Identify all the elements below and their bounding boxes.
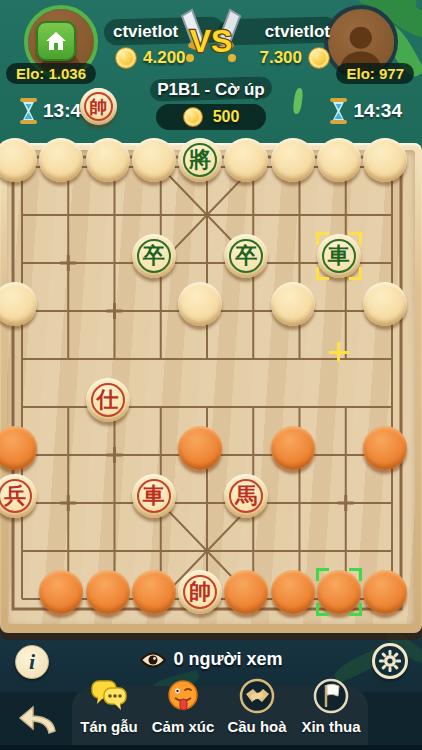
- green-piece-將[interactable]: 將: [177, 136, 223, 184]
- hidden-red-piece[interactable]: [269, 424, 315, 472]
- hidden-red-piece[interactable]: [131, 568, 177, 616]
- hidden-red-piece[interactable]: [38, 568, 84, 616]
- coin-icon: [308, 47, 330, 69]
- viewer-count: 0 người xem: [0, 649, 422, 670]
- svg-text:VS: VS: [190, 23, 233, 59]
- green-piece-卒[interactable]: 卒: [131, 232, 177, 280]
- handshake-icon: [237, 676, 277, 716]
- home-button[interactable]: [36, 21, 76, 61]
- right-player-elo: Elo: 977: [336, 63, 414, 84]
- coin-icon: [115, 47, 137, 69]
- left-player-elo: Elo: 1.036: [6, 63, 96, 84]
- chat-icon: [89, 676, 129, 716]
- pot-badge: 500: [156, 104, 266, 130]
- match-header: ctvietlot ctvietlot 4.200 7.300 Elo: 1.0…: [0, 0, 422, 143]
- vs-badge: VS: [168, 4, 254, 70]
- hidden-green-piece[interactable]: [38, 136, 84, 184]
- gear-icon: [378, 649, 402, 673]
- home-icon: [44, 29, 68, 53]
- bottom-nav: Tán gẫu Cảm xúc Cầu hoà Xin thua: [0, 692, 422, 750]
- settings-button[interactable]: [372, 643, 408, 679]
- hidden-green-piece[interactable]: [131, 136, 177, 184]
- emoji-icon: [163, 676, 203, 716]
- red-piece-車[interactable]: 車: [131, 472, 177, 520]
- hidden-green-piece[interactable]: [269, 280, 315, 328]
- right-player-name: ctvietlot: [265, 22, 330, 42]
- right-player-coins: 7.300: [259, 47, 330, 69]
- nav-label: Xin thua: [301, 718, 360, 735]
- eye-icon: [140, 651, 166, 669]
- hidden-green-piece[interactable]: [223, 136, 269, 184]
- right-timer: 14:34: [330, 98, 402, 124]
- hidden-red-piece[interactable]: [177, 424, 223, 472]
- xiangqi-board: 將卒卒車仕兵車馬帥: [0, 143, 422, 633]
- hidden-green-piece[interactable]: [269, 136, 315, 184]
- hidden-red-piece[interactable]: [269, 568, 315, 616]
- white-flag-icon: [311, 676, 351, 716]
- red-piece-帥[interactable]: 帥: [177, 568, 223, 616]
- nav-label: Cầu hoà: [227, 718, 286, 735]
- nav-label: Cảm xúc: [152, 718, 215, 735]
- nav-label: Tán gẫu: [80, 718, 138, 735]
- red-piece-仕[interactable]: 仕: [84, 376, 130, 424]
- hourglass-icon: [20, 98, 37, 124]
- hidden-green-piece[interactable]: [84, 136, 130, 184]
- coin-icon: [183, 107, 203, 127]
- hidden-green-piece[interactable]: [316, 136, 362, 184]
- hidden-red-piece[interactable]: [223, 568, 269, 616]
- board-intersections[interactable]: 將卒卒車仕兵車馬帥: [0, 136, 408, 616]
- right-timer-value: 14:34: [353, 100, 402, 122]
- last-move-origin-marker: [316, 328, 362, 376]
- hidden-red-piece[interactable]: [362, 568, 408, 616]
- hidden-green-piece[interactable]: [362, 136, 408, 184]
- hidden-red-piece[interactable]: [84, 568, 130, 616]
- nav-white-flag-button[interactable]: Xin thua: [296, 676, 366, 735]
- nav-chat-button[interactable]: Tán gẫu: [74, 676, 144, 735]
- hidden-green-piece[interactable]: [362, 280, 408, 328]
- hidden-red-piece[interactable]: [316, 568, 362, 616]
- hidden-green-piece[interactable]: [0, 280, 38, 328]
- hourglass-icon: [330, 98, 347, 124]
- left-player-side-piece: 帥: [80, 88, 117, 125]
- hidden-red-piece[interactable]: [362, 424, 408, 472]
- hidden-red-piece[interactable]: [0, 424, 38, 472]
- nav-emoji-button[interactable]: Cảm xúc: [148, 676, 218, 735]
- red-piece-馬[interactable]: 馬: [223, 472, 269, 520]
- back-arrow-icon: [17, 701, 59, 739]
- hidden-green-piece[interactable]: [177, 280, 223, 328]
- hidden-green-piece[interactable]: [0, 136, 38, 184]
- pot-amount: 500: [213, 108, 240, 126]
- xiangqi-game-screen: ctvietlot ctvietlot 4.200 7.300 Elo: 1.0…: [0, 0, 422, 750]
- green-piece-車[interactable]: 車: [316, 232, 362, 280]
- back-button[interactable]: [14, 698, 62, 742]
- red-piece-兵[interactable]: 兵: [0, 472, 38, 520]
- green-piece-卒[interactable]: 卒: [223, 232, 269, 280]
- nav-handshake-button[interactable]: Cầu hoà: [222, 676, 292, 735]
